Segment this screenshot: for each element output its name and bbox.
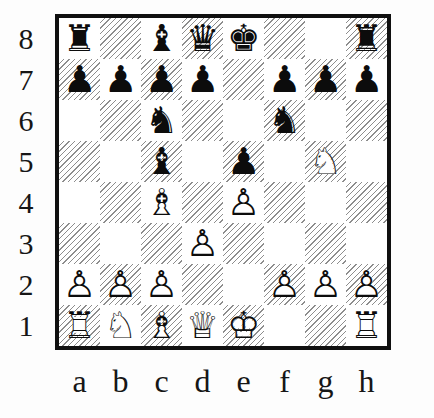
square-g5[interactable]: ♞♘ <box>305 141 346 182</box>
square-c2[interactable]: ♟♙ <box>141 264 182 305</box>
black-pawn-icon: ♟ <box>346 59 387 100</box>
file-label-b: b <box>100 354 141 408</box>
square-e5[interactable]: ♟ <box>223 141 264 182</box>
white-knight-icon: ♞♘ <box>100 305 141 346</box>
square-h5[interactable] <box>346 141 387 182</box>
black-king-icon: ♚ <box>223 18 264 59</box>
square-a1[interactable]: ♜♖ <box>59 305 100 346</box>
square-e6[interactable] <box>223 100 264 141</box>
square-f5[interactable] <box>264 141 305 182</box>
file-label-f: f <box>264 354 305 408</box>
square-b5[interactable] <box>100 141 141 182</box>
square-h3[interactable] <box>346 223 387 264</box>
rank-label-2: 2 <box>6 264 46 305</box>
black-pawn-icon: ♟ <box>141 59 182 100</box>
file-label-g: g <box>305 354 346 408</box>
rank-labels: 87654321 <box>6 18 46 346</box>
square-c5[interactable]: ♝ <box>141 141 182 182</box>
square-b8[interactable] <box>100 18 141 59</box>
square-g6[interactable] <box>305 100 346 141</box>
square-d7[interactable]: ♟ <box>182 59 223 100</box>
square-g4[interactable] <box>305 182 346 223</box>
square-a5[interactable] <box>59 141 100 182</box>
chess-diagram: 87654321 ♜♝♛♚♜♟♟♟♟♟♟♟♞♞♝♟♞♘♝♗♟♙♟♙♟♙♟♙♟♙♟… <box>0 0 434 418</box>
chess-board: ♜♝♛♚♜♟♟♟♟♟♟♟♞♞♝♟♞♘♝♗♟♙♟♙♟♙♟♙♟♙♟♙♟♙♟♙♜♖♞♘… <box>55 14 391 350</box>
black-rook-icon: ♜ <box>59 18 100 59</box>
square-b2[interactable]: ♟♙ <box>100 264 141 305</box>
square-d6[interactable] <box>182 100 223 141</box>
square-e1[interactable]: ♚♔ <box>223 305 264 346</box>
file-label-e: e <box>223 354 264 408</box>
square-a4[interactable] <box>59 182 100 223</box>
square-h4[interactable] <box>346 182 387 223</box>
black-pawn-icon: ♟ <box>223 141 264 182</box>
white-rook-icon: ♜♖ <box>346 305 387 346</box>
white-pawn-icon: ♟♙ <box>264 264 305 305</box>
square-a2[interactable]: ♟♙ <box>59 264 100 305</box>
white-queen-icon: ♛♕ <box>182 305 223 346</box>
square-c1[interactable]: ♝♗ <box>141 305 182 346</box>
square-f1[interactable] <box>264 305 305 346</box>
square-f7[interactable]: ♟ <box>264 59 305 100</box>
square-b3[interactable] <box>100 223 141 264</box>
black-bishop-icon: ♝ <box>141 18 182 59</box>
square-f6[interactable]: ♞ <box>264 100 305 141</box>
rank-label-3: 3 <box>6 223 46 264</box>
square-h7[interactable]: ♟ <box>346 59 387 100</box>
white-bishop-icon: ♝♗ <box>141 182 182 223</box>
square-a8[interactable]: ♜ <box>59 18 100 59</box>
square-g8[interactable] <box>305 18 346 59</box>
square-c7[interactable]: ♟ <box>141 59 182 100</box>
square-e8[interactable]: ♚ <box>223 18 264 59</box>
square-c6[interactable]: ♞ <box>141 100 182 141</box>
square-d3[interactable]: ♟♙ <box>182 223 223 264</box>
black-pawn-icon: ♟ <box>59 59 100 100</box>
white-bishop-icon: ♝♗ <box>141 305 182 346</box>
white-king-icon: ♚♔ <box>223 305 264 346</box>
square-d2[interactable] <box>182 264 223 305</box>
black-pawn-icon: ♟ <box>182 59 223 100</box>
rank-label-8: 8 <box>6 18 46 59</box>
rank-label-4: 4 <box>6 182 46 223</box>
square-a7[interactable]: ♟ <box>59 59 100 100</box>
black-knight-icon: ♞ <box>264 100 305 141</box>
white-pawn-icon: ♟♙ <box>223 182 264 223</box>
square-g7[interactable]: ♟ <box>305 59 346 100</box>
square-c4[interactable]: ♝♗ <box>141 182 182 223</box>
square-d5[interactable] <box>182 141 223 182</box>
square-f4[interactable] <box>264 182 305 223</box>
file-label-h: h <box>346 354 387 408</box>
square-d8[interactable]: ♛ <box>182 18 223 59</box>
square-a3[interactable] <box>59 223 100 264</box>
black-bishop-icon: ♝ <box>141 141 182 182</box>
square-f2[interactable]: ♟♙ <box>264 264 305 305</box>
file-label-c: c <box>141 354 182 408</box>
white-pawn-icon: ♟♙ <box>305 264 346 305</box>
square-b7[interactable]: ♟ <box>100 59 141 100</box>
white-pawn-icon: ♟♙ <box>141 264 182 305</box>
white-pawn-icon: ♟♙ <box>346 264 387 305</box>
file-labels: abcdefgh <box>59 354 387 406</box>
black-pawn-icon: ♟ <box>264 59 305 100</box>
square-f3[interactable] <box>264 223 305 264</box>
square-b1[interactable]: ♞♘ <box>100 305 141 346</box>
white-pawn-icon: ♟♙ <box>100 264 141 305</box>
square-a6[interactable] <box>59 100 100 141</box>
black-knight-icon: ♞ <box>141 100 182 141</box>
square-g1[interactable] <box>305 305 346 346</box>
white-rook-icon: ♜♖ <box>59 305 100 346</box>
black-queen-icon: ♛ <box>182 18 223 59</box>
square-h8[interactable]: ♜ <box>346 18 387 59</box>
white-knight-icon: ♞♘ <box>305 141 346 182</box>
black-rook-icon: ♜ <box>346 18 387 59</box>
square-e3[interactable] <box>223 223 264 264</box>
square-b4[interactable] <box>100 182 141 223</box>
rank-label-5: 5 <box>6 141 46 182</box>
square-e7[interactable] <box>223 59 264 100</box>
file-label-d: d <box>182 354 223 408</box>
rank-label-7: 7 <box>6 59 46 100</box>
square-b6[interactable] <box>100 100 141 141</box>
square-g3[interactable] <box>305 223 346 264</box>
square-e4[interactable]: ♟♙ <box>223 182 264 223</box>
black-pawn-icon: ♟ <box>305 59 346 100</box>
square-h6[interactable] <box>346 100 387 141</box>
square-c8[interactable]: ♝ <box>141 18 182 59</box>
square-f8[interactable] <box>264 18 305 59</box>
file-label-a: a <box>59 354 100 408</box>
white-pawn-icon: ♟♙ <box>59 264 100 305</box>
black-pawn-icon: ♟ <box>100 59 141 100</box>
square-e2[interactable] <box>223 264 264 305</box>
square-h1[interactable]: ♜♖ <box>346 305 387 346</box>
rank-label-1: 1 <box>6 305 46 346</box>
white-pawn-icon: ♟♙ <box>182 223 223 264</box>
square-g2[interactable]: ♟♙ <box>305 264 346 305</box>
square-c3[interactable] <box>141 223 182 264</box>
square-h2[interactable]: ♟♙ <box>346 264 387 305</box>
rank-label-6: 6 <box>6 100 46 141</box>
square-d1[interactable]: ♛♕ <box>182 305 223 346</box>
square-d4[interactable] <box>182 182 223 223</box>
